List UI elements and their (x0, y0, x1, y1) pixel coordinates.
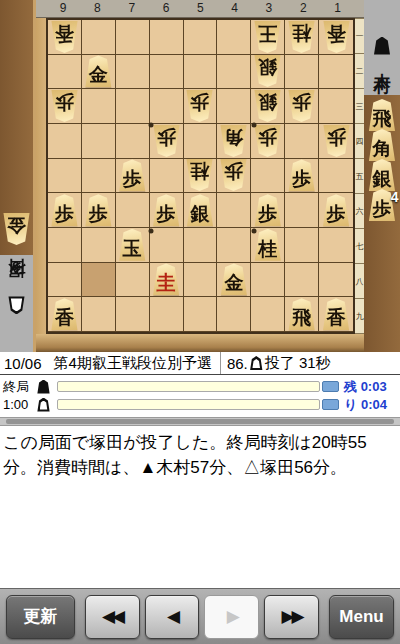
divider (220, 352, 221, 374)
piece-45: 歩 (219, 159, 248, 191)
square-89 (82, 297, 116, 332)
piece-48: 金 (219, 263, 248, 295)
rank-label: 三 (355, 89, 364, 124)
square-38 (251, 263, 285, 298)
sente-hand-角: 角 (368, 131, 397, 161)
square-47 (217, 228, 251, 263)
sente-hand-飛: 飛 (368, 101, 397, 131)
piece-75: 歩 (118, 159, 147, 191)
piece-14: 歩 (322, 125, 351, 157)
square-12 (319, 55, 353, 90)
file-label-2: 2 (286, 0, 320, 17)
square-41 (217, 20, 251, 55)
gote-time-bar (57, 399, 320, 410)
move-text: 投了 31秒 (265, 354, 331, 373)
sente-side-strip: 木村 飛角銀歩4 (364, 0, 400, 352)
piece-55: 桂 (185, 159, 214, 191)
board-section: 金 塚田 987654321 香王桂香金銀歩歩銀歩歩角歩歩歩桂歩歩歩歩歩銀歩歩玉… (0, 0, 400, 352)
square-34: 歩 (251, 124, 285, 159)
square-58 (184, 263, 218, 298)
square-85 (82, 159, 116, 194)
square-29: 飛 (285, 297, 319, 332)
square-19: 香 (319, 297, 353, 332)
step-back-button[interactable]: ◀ (145, 595, 200, 639)
piece-11: 香 (322, 21, 351, 53)
piece-33: 銀 (253, 90, 282, 122)
square-73 (116, 89, 150, 124)
black-piece-icon (37, 380, 50, 394)
rank-label: 六 (355, 194, 364, 229)
square-32: 銀 (251, 55, 285, 90)
square-81 (82, 20, 116, 55)
scrollbar-thumb[interactable] (6, 419, 394, 424)
square-43 (217, 89, 251, 124)
square-49 (217, 297, 251, 332)
piece-25: 歩 (287, 159, 316, 191)
piece-16: 歩 (322, 194, 351, 226)
square-88 (82, 263, 116, 298)
sente-hand-銀: 銀 (368, 161, 397, 191)
square-63 (150, 89, 184, 124)
piece-96: 歩 (50, 194, 79, 226)
square-67 (150, 228, 184, 263)
gote-player-name: 塚田 (5, 285, 28, 293)
star-point (252, 123, 257, 128)
square-51 (184, 20, 218, 55)
white-piece-icon (37, 398, 50, 412)
hand-piece: 角 (368, 129, 397, 161)
clock-panel: 終局 残 0:03 1:00 り 0:04 (0, 375, 400, 417)
square-57 (184, 228, 218, 263)
file-label-6: 6 (149, 0, 183, 17)
square-27 (285, 228, 319, 263)
rank-label: 四 (355, 124, 364, 159)
square-56: 銀 (184, 193, 218, 228)
piece-93: 歩 (50, 90, 79, 122)
square-21: 桂 (285, 20, 319, 55)
square-64: 歩 (150, 124, 184, 159)
square-13 (319, 89, 353, 124)
menu-button[interactable]: Menu (329, 595, 394, 639)
piece-36: 歩 (253, 194, 282, 226)
square-26 (285, 193, 319, 228)
piece-56: 銀 (185, 194, 214, 226)
piece-53: 歩 (185, 90, 214, 122)
square-76 (116, 193, 150, 228)
piece-29: 飛 (287, 298, 316, 330)
square-99: 香 (48, 297, 82, 332)
gote-remaining-time: 0:04 (361, 397, 387, 412)
gote-clock-row: 1:00 り 0:04 (0, 396, 400, 413)
star-point (252, 228, 257, 233)
square-36: 歩 (251, 193, 285, 228)
square-66: 歩 (150, 193, 184, 228)
board-bottom-edge (36, 334, 364, 353)
square-69 (150, 297, 184, 332)
square-52 (184, 55, 218, 90)
square-45: 歩 (217, 159, 251, 194)
square-78 (116, 263, 150, 298)
square-22 (285, 55, 319, 90)
commentary-text[interactable]: この局面で塚田が投了した。終局時刻は20時55分。消費時間は、▲木村57分、△塚… (0, 426, 400, 588)
sente-hand-tray: 飛角銀歩4 (364, 95, 400, 352)
gote-clock-label: 1:00 (3, 397, 37, 412)
square-98 (48, 263, 82, 298)
star-point (149, 228, 154, 233)
square-25: 歩 (285, 159, 319, 194)
sente-name-panel: 木村 (364, 0, 400, 95)
square-48: 金 (217, 263, 251, 298)
square-16: 歩 (319, 193, 353, 228)
black-piece-icon (374, 37, 391, 55)
event-name: 第4期叡王戦段位別予選 (54, 354, 212, 373)
rank-label: 九 (355, 299, 364, 334)
step-forward-button[interactable]: ▶ (204, 595, 259, 639)
square-65 (150, 159, 184, 194)
square-46 (217, 193, 251, 228)
square-77: 玉 (116, 228, 150, 263)
move-number: 86. (227, 355, 248, 372)
square-74 (116, 124, 150, 159)
square-75: 歩 (116, 159, 150, 194)
square-72 (116, 55, 150, 90)
file-label-5: 5 (183, 0, 217, 17)
fast-forward-button[interactable]: ▶▶ (264, 595, 319, 639)
shogi-kifu-app: 金 塚田 987654321 香王桂香金銀歩歩銀歩歩角歩歩歩桂歩歩歩歩歩銀歩歩玉… (0, 0, 400, 644)
game-info-bar: 10/06 第4期叡王戦段位別予選 86. 投了 31秒 (0, 352, 400, 375)
square-55: 桂 (184, 159, 218, 194)
gote-time-thumb (322, 399, 339, 410)
square-53: 歩 (184, 89, 218, 124)
square-33: 銀 (251, 89, 285, 124)
gote-side-strip: 金 塚田 (0, 0, 36, 352)
game-date: 10/06 (4, 355, 42, 372)
square-24 (285, 124, 319, 159)
star-point (149, 123, 154, 128)
square-59 (184, 297, 218, 332)
piece-37: 桂 (253, 229, 282, 261)
square-61 (150, 20, 184, 55)
square-82: 金 (82, 55, 116, 90)
sente-hand-歩: 歩4 (368, 191, 397, 221)
square-97 (48, 228, 82, 263)
square-87 (82, 228, 116, 263)
piece-34: 歩 (253, 125, 282, 157)
file-label-3: 3 (252, 0, 286, 17)
shogi-board: 香王桂香金銀歩歩銀歩歩角歩歩歩桂歩歩歩歩歩銀歩歩玉桂圭金香飛香 (46, 18, 355, 334)
piece-19: 香 (322, 298, 351, 330)
square-18 (319, 263, 353, 298)
file-label-8: 8 (80, 0, 114, 17)
file-labels: 987654321 (36, 0, 364, 18)
square-15 (319, 159, 353, 194)
piece-23: 歩 (287, 90, 316, 122)
square-44: 角 (217, 124, 251, 159)
square-68: 圭 (150, 263, 184, 298)
piece-21: 桂 (287, 21, 316, 53)
sente-time-bar (57, 381, 320, 392)
rank-label: 一 (355, 19, 364, 54)
sente-remaining-time: 0:03 (361, 379, 387, 394)
piece-82: 金 (84, 55, 113, 87)
piece-99: 香 (50, 298, 79, 330)
board-area: 987654321 香王桂香金銀歩歩銀歩歩角歩歩歩桂歩歩歩歩歩銀歩歩玉桂圭金香飛… (36, 0, 364, 352)
remaining-label-1: 残 (344, 379, 357, 394)
rank-label: 二 (355, 54, 364, 89)
piece-68: 圭 (152, 263, 181, 295)
square-42 (217, 55, 251, 90)
hand-piece: 飛 (368, 99, 397, 131)
piece-66: 歩 (152, 194, 181, 226)
square-31: 王 (251, 20, 285, 55)
square-23: 歩 (285, 89, 319, 124)
square-86: 歩 (82, 193, 116, 228)
gote-name-panel: 塚田 (0, 255, 33, 352)
square-11: 香 (319, 20, 353, 55)
square-54 (184, 124, 218, 159)
square-95 (48, 159, 82, 194)
rank-label: 五 (355, 159, 364, 194)
piece-77: 玉 (118, 229, 147, 261)
square-83 (82, 89, 116, 124)
square-93: 歩 (48, 89, 82, 124)
file-label-9: 9 (46, 0, 80, 17)
hand-piece: 銀 (368, 159, 397, 191)
piece-64: 歩 (152, 125, 181, 157)
gote-hand-金: 金 (2, 215, 31, 245)
square-71 (116, 20, 150, 55)
remaining-label-2: り (344, 397, 357, 412)
square-14: 歩 (319, 124, 353, 159)
piece-31: 王 (253, 21, 282, 53)
piece-86: 歩 (84, 194, 113, 226)
rewind-button[interactable]: ◀◀ (85, 595, 140, 639)
control-bar: 更新 ◀◀ ◀ ▶ ▶▶ Menu (0, 588, 400, 644)
square-94 (48, 124, 82, 159)
square-39 (251, 297, 285, 332)
square-17 (319, 228, 353, 263)
square-37: 桂 (251, 228, 285, 263)
square-91: 香 (48, 20, 82, 55)
square-35 (251, 159, 285, 194)
piece-32: 銀 (253, 55, 282, 87)
hand-piece: 金 (2, 213, 31, 245)
square-96: 歩 (48, 193, 82, 228)
white-piece-icon (250, 356, 263, 370)
square-92 (48, 55, 82, 90)
square-62 (150, 55, 184, 90)
rank-label: 七 (355, 229, 364, 264)
sente-clock-row: 終局 残 0:03 (0, 378, 400, 395)
update-button[interactable]: 更新 (6, 595, 75, 639)
file-label-1: 1 (320, 0, 354, 17)
file-label-4: 4 (217, 0, 251, 17)
horizontal-scrollbar[interactable] (0, 417, 400, 426)
sente-clock-label: 終局 (3, 378, 37, 396)
square-28 (285, 263, 319, 298)
file-label-7: 7 (115, 0, 149, 17)
piece-91: 香 (50, 21, 79, 53)
square-79 (116, 297, 150, 332)
square-84 (82, 124, 116, 159)
gote-hand-tray: 金 (0, 0, 33, 255)
rank-label: 八 (355, 264, 364, 299)
hand-piece-count: 4 (391, 189, 399, 205)
piece-44: 角 (219, 125, 248, 157)
sente-time-thumb (322, 381, 339, 392)
sente-player-name: 木村 (371, 59, 394, 67)
rank-labels: 一二三四五六七八九 (355, 18, 364, 334)
white-piece-icon (8, 297, 25, 315)
